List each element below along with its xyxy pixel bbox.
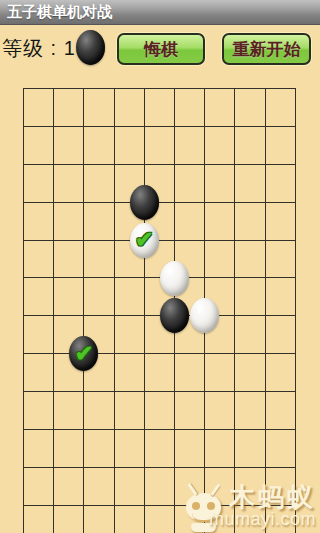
board-cell[interactable]	[235, 89, 265, 127]
board-cell[interactable]	[266, 354, 296, 392]
board-cell[interactable]	[205, 392, 235, 430]
board-cell[interactable]	[115, 392, 145, 430]
current-turn-stone-icon	[76, 30, 105, 65]
board-cell[interactable]	[115, 278, 145, 316]
board-cell[interactable]	[175, 392, 205, 430]
board-cell[interactable]	[175, 278, 205, 316]
board-cell[interactable]	[54, 89, 84, 127]
board-cell[interactable]	[205, 354, 235, 392]
board-cell[interactable]	[115, 506, 145, 533]
board-cell[interactable]	[84, 89, 114, 127]
board-cell[interactable]	[266, 392, 296, 430]
board-cell[interactable]	[54, 165, 84, 203]
board-cell[interactable]	[266, 430, 296, 468]
board-cell[interactable]	[115, 468, 145, 506]
board-cell[interactable]	[205, 316, 235, 354]
board-cell[interactable]	[115, 430, 145, 468]
board-cell[interactable]	[145, 203, 175, 241]
board-cell[interactable]	[235, 278, 265, 316]
board-cell[interactable]	[145, 278, 175, 316]
board-cell[interactable]	[115, 127, 145, 165]
board-cell[interactable]	[145, 430, 175, 468]
board-cell[interactable]	[175, 430, 205, 468]
window-title: 五子棋单机对战	[7, 3, 112, 20]
board-cell[interactable]	[235, 203, 265, 241]
board-cell[interactable]	[145, 354, 175, 392]
board-cell[interactable]	[175, 89, 205, 127]
board-cell[interactable]	[24, 316, 54, 354]
board-cell[interactable]	[24, 127, 54, 165]
window-title-bar: 五子棋单机对战	[0, 0, 320, 25]
board-cell[interactable]	[84, 354, 114, 392]
board-cell[interactable]	[235, 127, 265, 165]
board-cell[interactable]	[235, 241, 265, 279]
undo-button[interactable]: 悔棋	[117, 33, 205, 65]
board-cell[interactable]	[54, 278, 84, 316]
board-cell[interactable]	[205, 468, 235, 506]
board-cell[interactable]	[115, 316, 145, 354]
board-cell[interactable]	[205, 278, 235, 316]
board-cell[interactable]	[145, 241, 175, 279]
board-cell[interactable]	[84, 165, 114, 203]
board-cell[interactable]	[84, 203, 114, 241]
board-cell[interactable]	[24, 89, 54, 127]
board-cell[interactable]	[205, 127, 235, 165]
board-cell[interactable]	[84, 127, 114, 165]
board-cell[interactable]	[115, 241, 145, 279]
board-cell[interactable]	[175, 316, 205, 354]
board-cell[interactable]	[175, 165, 205, 203]
board-cell[interactable]	[235, 430, 265, 468]
board-cell[interactable]	[175, 127, 205, 165]
board-cell[interactable]	[266, 316, 296, 354]
board-cell[interactable]	[205, 89, 235, 127]
board-cell[interactable]	[84, 241, 114, 279]
board-cell[interactable]	[24, 468, 54, 506]
board-cell[interactable]	[84, 278, 114, 316]
board-cell[interactable]	[175, 354, 205, 392]
board-cell[interactable]	[235, 354, 265, 392]
board-cell[interactable]	[115, 203, 145, 241]
board-cell[interactable]	[54, 468, 84, 506]
restart-button[interactable]: 重新开始	[222, 33, 311, 65]
board-cell[interactable]	[115, 354, 145, 392]
board-cell[interactable]	[145, 392, 175, 430]
board-cell[interactable]	[205, 203, 235, 241]
board-cell[interactable]	[84, 392, 114, 430]
board-cell[interactable]	[84, 468, 114, 506]
board-cell[interactable]	[266, 165, 296, 203]
board-cell[interactable]	[24, 392, 54, 430]
board-cell[interactable]	[84, 430, 114, 468]
board-cell[interactable]	[54, 354, 84, 392]
board-cell[interactable]	[175, 203, 205, 241]
board-cell[interactable]	[205, 165, 235, 203]
board-cell[interactable]	[54, 241, 84, 279]
board-cell[interactable]	[205, 506, 235, 533]
board-cell[interactable]	[54, 506, 84, 533]
board-cell[interactable]	[205, 241, 235, 279]
board-cell[interactable]	[54, 127, 84, 165]
board-cell[interactable]	[145, 468, 175, 506]
board-cell[interactable]	[84, 316, 114, 354]
board-cell[interactable]	[266, 89, 296, 127]
gomoku-board[interactable]	[23, 88, 296, 533]
board-cell[interactable]	[145, 316, 175, 354]
board-cell[interactable]	[175, 468, 205, 506]
board-cell[interactable]	[24, 430, 54, 468]
board-cell[interactable]	[115, 89, 145, 127]
board-cell[interactable]	[266, 468, 296, 506]
board-cell[interactable]	[145, 127, 175, 165]
board-cell[interactable]	[54, 430, 84, 468]
board-cell[interactable]	[145, 165, 175, 203]
board-cell[interactable]	[266, 241, 296, 279]
board-cell[interactable]	[145, 506, 175, 533]
board-cell[interactable]	[235, 316, 265, 354]
board-cell[interactable]	[24, 203, 54, 241]
board-cell[interactable]	[266, 278, 296, 316]
board-cell[interactable]	[266, 203, 296, 241]
board-cell[interactable]	[24, 506, 54, 533]
level-indicator: 等级 : 1	[2, 35, 76, 62]
board-cell[interactable]	[175, 241, 205, 279]
board-cell[interactable]	[54, 203, 84, 241]
board-cell[interactable]	[235, 392, 265, 430]
level-value: 1	[64, 37, 76, 59]
board-cell[interactable]	[24, 165, 54, 203]
board-cell[interactable]	[24, 278, 54, 316]
board-cell[interactable]	[266, 506, 296, 533]
app-screen: 五子棋单机对战 等级 : 1 悔棋 重新开始 ✔✔ 木蚂蚁 mumayi.com	[0, 0, 320, 533]
board-cell[interactable]	[266, 127, 296, 165]
board-cell[interactable]	[24, 241, 54, 279]
board-cell[interactable]	[54, 392, 84, 430]
board-cell[interactable]	[145, 89, 175, 127]
level-label: 等级 :	[2, 37, 57, 59]
board-cell[interactable]	[24, 354, 54, 392]
board-cell[interactable]	[235, 468, 265, 506]
board-cell[interactable]	[115, 165, 145, 203]
board-cell[interactable]	[235, 165, 265, 203]
board-cell[interactable]	[84, 506, 114, 533]
board-cell[interactable]	[205, 430, 235, 468]
board-cell[interactable]	[54, 316, 84, 354]
board-cell[interactable]	[175, 506, 205, 533]
board-cell[interactable]	[235, 506, 265, 533]
